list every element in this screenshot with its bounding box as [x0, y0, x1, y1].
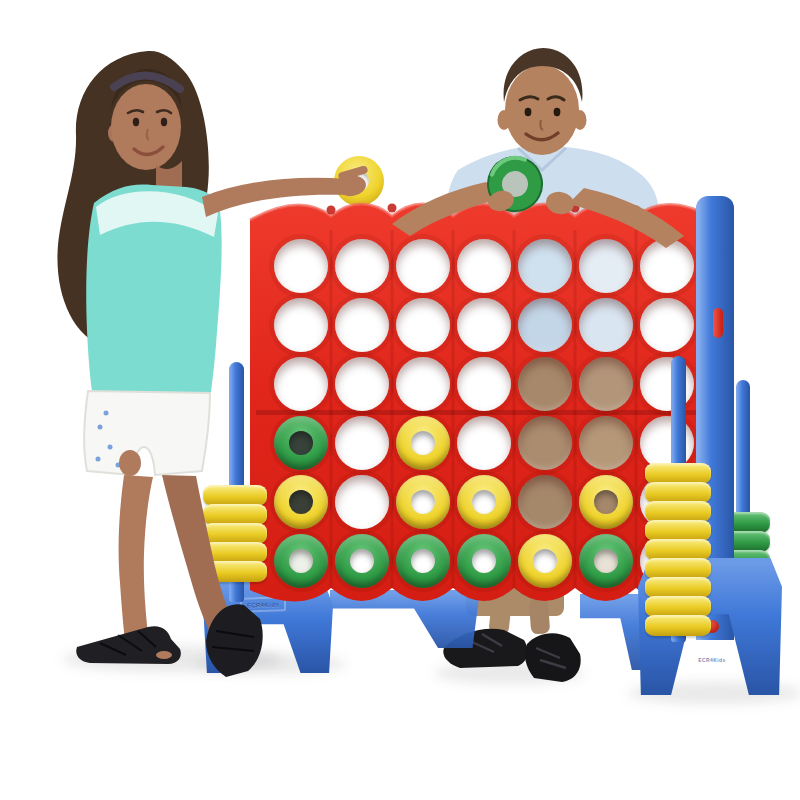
- yellow-ring-piece: [518, 534, 572, 588]
- cell-r3c7[interactable]: [636, 354, 697, 413]
- empty-hole: [518, 298, 572, 352]
- yellow-ring-piece: [457, 475, 511, 529]
- cell-r6c4[interactable]: [453, 531, 514, 590]
- green-ring-piece: [579, 534, 633, 588]
- ring-hole: [472, 490, 496, 514]
- cell-r6c6[interactable]: [575, 531, 636, 590]
- yellow-ring-piece: [396, 416, 450, 470]
- cell-r3c3[interactable]: [392, 354, 453, 413]
- empty-hole: [457, 357, 511, 411]
- cell-r6c5[interactable]: [514, 531, 575, 590]
- cell-r3c5[interactable]: [514, 354, 575, 413]
- empty-hole: [518, 357, 572, 411]
- empty-hole: [457, 298, 511, 352]
- product-photo-scene: ECR4Kids ECR4Kids: [0, 0, 800, 800]
- boy-hand: [544, 190, 575, 217]
- cell-r5c3[interactable]: [392, 472, 453, 531]
- boy-arms-and-held-green-ring: [388, 140, 688, 255]
- cell-r2c4[interactable]: [453, 295, 514, 354]
- empty-hole: [640, 298, 694, 352]
- ring-hole: [594, 490, 618, 514]
- yellow-stored-ring: [645, 501, 711, 522]
- yellow-ring-piece: [396, 475, 450, 529]
- girl-right-arm: [202, 178, 348, 217]
- boy-eye: [525, 108, 532, 116]
- yellow-stored-ring: [645, 615, 711, 636]
- green-ring-piece: [396, 534, 450, 588]
- brand-plate: ECR4Kids: [694, 646, 730, 674]
- girl-shorts: [84, 391, 210, 475]
- cell-r4c5[interactable]: [514, 413, 575, 472]
- yellow-stored-ring: [645, 596, 711, 617]
- cell-r5c5[interactable]: [514, 472, 575, 531]
- ring-hole: [411, 490, 435, 514]
- yellow-stored-ring: [645, 539, 711, 560]
- red-locking-peg: [713, 308, 723, 338]
- boy-forearm: [568, 188, 684, 248]
- cell-r4c4[interactable]: [453, 413, 514, 472]
- green-ring-piece: [457, 534, 511, 588]
- yellow-stored-ring: [645, 463, 711, 484]
- empty-hole: [396, 298, 450, 352]
- girl-face: [111, 84, 181, 170]
- boy-forearm: [392, 182, 504, 236]
- girl-eye: [133, 118, 139, 126]
- girl-toes: [156, 651, 172, 659]
- empty-hole: [579, 298, 633, 352]
- ring-hole: [533, 549, 557, 573]
- cell-r2c7[interactable]: [636, 295, 697, 354]
- empty-hole: [396, 357, 450, 411]
- empty-hole: [518, 416, 572, 470]
- cell-r3c4[interactable]: [453, 354, 514, 413]
- boy-eye: [554, 108, 561, 116]
- ring-hole: [411, 549, 435, 573]
- girl-figure: [30, 35, 400, 695]
- empty-hole: [579, 357, 633, 411]
- ring-stack-right-yellow[interactable]: [645, 465, 711, 636]
- girl-hand: [119, 450, 141, 476]
- cell-r5c6[interactable]: [575, 472, 636, 531]
- yellow-stored-ring: [645, 558, 711, 579]
- ring-hole: [411, 431, 435, 455]
- empty-hole: [579, 416, 633, 470]
- ring-hole: [472, 549, 496, 573]
- cell-r2c6[interactable]: [575, 295, 636, 354]
- empty-hole: [518, 475, 572, 529]
- yellow-stored-ring: [645, 577, 711, 598]
- cell-r4c6[interactable]: [575, 413, 636, 472]
- yellow-stored-ring: [645, 520, 711, 541]
- ring-hole: [594, 549, 618, 573]
- boy-sneaker: [525, 633, 581, 682]
- yellow-ring-piece: [579, 475, 633, 529]
- girl-eye: [161, 118, 167, 126]
- yellow-stored-ring: [645, 482, 711, 503]
- cell-r2c3[interactable]: [392, 295, 453, 354]
- cell-r6c3[interactable]: [392, 531, 453, 590]
- cell-r4c3[interactable]: [392, 413, 453, 472]
- empty-hole: [457, 416, 511, 470]
- girl-front-leg: [119, 475, 153, 651]
- cell-r5c4[interactable]: [453, 472, 514, 531]
- cell-r3c6[interactable]: [575, 354, 636, 413]
- cell-r2c5[interactable]: [514, 295, 575, 354]
